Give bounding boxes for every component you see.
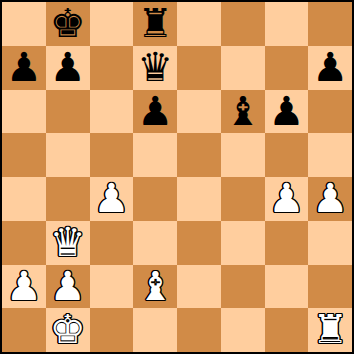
piece-white-pawn: ♟ <box>312 177 348 221</box>
square-h5[interactable] <box>308 133 352 177</box>
square-h2[interactable] <box>308 265 352 309</box>
square-b8[interactable]: ♚ <box>46 2 90 46</box>
square-b1[interactable]: ♚ <box>46 308 90 352</box>
piece-black-pawn: ♟ <box>312 46 348 90</box>
piece-black-queen: ♛ <box>137 46 173 90</box>
square-e8[interactable] <box>177 2 221 46</box>
piece-black-pawn: ♟ <box>268 90 304 134</box>
square-c6[interactable] <box>90 90 134 134</box>
square-g3[interactable] <box>265 221 309 265</box>
square-b2[interactable]: ♟ <box>46 265 90 309</box>
piece-white-rook: ♜ <box>312 308 348 352</box>
square-e3[interactable] <box>177 221 221 265</box>
square-f4[interactable] <box>221 177 265 221</box>
piece-black-bishop: ♝ <box>225 90 261 134</box>
square-a7[interactable]: ♟ <box>2 46 46 90</box>
piece-black-pawn: ♟ <box>6 46 42 90</box>
piece-white-king: ♚ <box>50 308 86 352</box>
piece-white-pawn: ♟ <box>6 265 42 309</box>
square-b7[interactable]: ♟ <box>46 46 90 90</box>
square-d1[interactable] <box>133 308 177 352</box>
square-e7[interactable] <box>177 46 221 90</box>
square-f5[interactable] <box>221 133 265 177</box>
square-f1[interactable] <box>221 308 265 352</box>
square-g6[interactable]: ♟ <box>265 90 309 134</box>
square-a1[interactable] <box>2 308 46 352</box>
square-h7[interactable]: ♟ <box>308 46 352 90</box>
piece-black-rook: ♜ <box>137 2 173 46</box>
square-b5[interactable] <box>46 133 90 177</box>
square-a2[interactable]: ♟ <box>2 265 46 309</box>
square-d5[interactable] <box>133 133 177 177</box>
square-g7[interactable] <box>265 46 309 90</box>
piece-black-pawn: ♟ <box>50 46 86 90</box>
square-b3[interactable]: ♛ <box>46 221 90 265</box>
square-e6[interactable] <box>177 90 221 134</box>
square-d3[interactable] <box>133 221 177 265</box>
square-f6[interactable]: ♝ <box>221 90 265 134</box>
square-a8[interactable] <box>2 2 46 46</box>
square-c4[interactable]: ♟ <box>90 177 134 221</box>
square-e5[interactable] <box>177 133 221 177</box>
square-g5[interactable] <box>265 133 309 177</box>
square-c5[interactable] <box>90 133 134 177</box>
square-b4[interactable] <box>46 177 90 221</box>
square-d2[interactable]: ♝ <box>133 265 177 309</box>
square-c2[interactable] <box>90 265 134 309</box>
piece-black-pawn: ♟ <box>137 90 173 134</box>
square-e4[interactable] <box>177 177 221 221</box>
square-g2[interactable] <box>265 265 309 309</box>
square-d7[interactable]: ♛ <box>133 46 177 90</box>
piece-white-queen: ♛ <box>50 221 86 265</box>
square-d6[interactable]: ♟ <box>133 90 177 134</box>
piece-white-pawn: ♟ <box>93 177 129 221</box>
piece-white-pawn: ♟ <box>268 177 304 221</box>
square-d8[interactable]: ♜ <box>133 2 177 46</box>
square-h1[interactable]: ♜ <box>308 308 352 352</box>
square-h3[interactable] <box>308 221 352 265</box>
square-b6[interactable] <box>46 90 90 134</box>
square-a6[interactable] <box>2 90 46 134</box>
square-g1[interactable] <box>265 308 309 352</box>
square-f7[interactable] <box>221 46 265 90</box>
square-e2[interactable] <box>177 265 221 309</box>
square-f2[interactable] <box>221 265 265 309</box>
square-f8[interactable] <box>221 2 265 46</box>
chess-board: ♚♜♟♟♛♟♟♝♟♟♟♟♛♟♟♝♚♜ <box>0 0 354 354</box>
square-h4[interactable]: ♟ <box>308 177 352 221</box>
square-h6[interactable] <box>308 90 352 134</box>
square-c7[interactable] <box>90 46 134 90</box>
piece-white-pawn: ♟ <box>50 265 86 309</box>
square-a5[interactable] <box>2 133 46 177</box>
square-a3[interactable] <box>2 221 46 265</box>
square-g4[interactable]: ♟ <box>265 177 309 221</box>
square-f3[interactable] <box>221 221 265 265</box>
square-c3[interactable] <box>90 221 134 265</box>
square-g8[interactable] <box>265 2 309 46</box>
square-e1[interactable] <box>177 308 221 352</box>
piece-black-king: ♚ <box>50 2 86 46</box>
square-c1[interactable] <box>90 308 134 352</box>
square-h8[interactable] <box>308 2 352 46</box>
piece-white-bishop: ♝ <box>137 265 173 309</box>
square-d4[interactable] <box>133 177 177 221</box>
square-a4[interactable] <box>2 177 46 221</box>
square-c8[interactable] <box>90 2 134 46</box>
